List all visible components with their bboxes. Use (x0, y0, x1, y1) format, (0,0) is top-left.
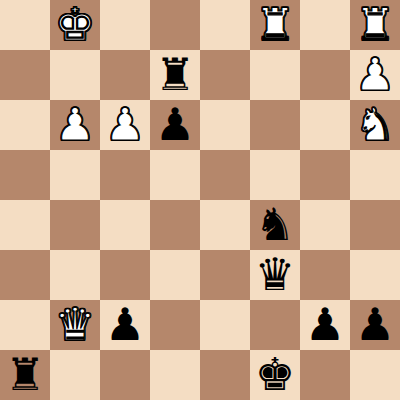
square-d6[interactable]: ♟ (150, 100, 200, 150)
square-g6[interactable] (300, 100, 350, 150)
square-h3[interactable] (350, 250, 400, 300)
square-a1[interactable]: ♜ (0, 350, 50, 400)
square-h1[interactable] (350, 350, 400, 400)
piece-white-pawn[interactable]: ♟ (355, 50, 395, 100)
square-b3[interactable] (50, 250, 100, 300)
square-f4[interactable]: ♞ (250, 200, 300, 250)
square-c4[interactable] (100, 200, 150, 250)
square-e1[interactable] (200, 350, 250, 400)
square-c1[interactable] (100, 350, 150, 400)
piece-black-knight[interactable]: ♞ (255, 200, 295, 250)
piece-black-queen[interactable]: ♛ (255, 250, 295, 300)
square-f6[interactable] (250, 100, 300, 150)
piece-white-king[interactable]: ♚ (55, 0, 95, 50)
square-f1[interactable]: ♚ (250, 350, 300, 400)
square-e7[interactable] (200, 50, 250, 100)
square-d1[interactable] (150, 350, 200, 400)
square-b2[interactable]: ♛ (50, 300, 100, 350)
piece-black-pawn[interactable]: ♟ (305, 300, 345, 350)
square-a4[interactable] (0, 200, 50, 250)
square-c8[interactable] (100, 0, 150, 50)
square-c2[interactable]: ♟ (100, 300, 150, 350)
square-h6[interactable]: ♞ (350, 100, 400, 150)
square-h2[interactable]: ♟ (350, 300, 400, 350)
square-b4[interactable] (50, 200, 100, 250)
square-b5[interactable] (50, 150, 100, 200)
square-d7[interactable]: ♜ (150, 50, 200, 100)
square-e6[interactable] (200, 100, 250, 150)
square-e5[interactable] (200, 150, 250, 200)
piece-white-pawn[interactable]: ♟ (105, 100, 145, 150)
piece-black-pawn[interactable]: ♟ (155, 100, 195, 150)
square-f8[interactable]: ♜ (250, 0, 300, 50)
piece-black-rook[interactable]: ♜ (155, 50, 195, 100)
piece-black-rook[interactable]: ♜ (5, 350, 45, 400)
square-c3[interactable] (100, 250, 150, 300)
square-c6[interactable]: ♟ (100, 100, 150, 150)
square-a5[interactable] (0, 150, 50, 200)
square-f5[interactable] (250, 150, 300, 200)
piece-white-knight[interactable]: ♞ (355, 100, 395, 150)
square-f2[interactable] (250, 300, 300, 350)
square-d3[interactable] (150, 250, 200, 300)
piece-black-pawn[interactable]: ♟ (355, 300, 395, 350)
square-e2[interactable] (200, 300, 250, 350)
chess-board: ♚♜♜♜♟♟♟♟♞♞♛♛♟♟♟♜♚ (0, 0, 400, 400)
square-a7[interactable] (0, 50, 50, 100)
square-d2[interactable] (150, 300, 200, 350)
square-g7[interactable] (300, 50, 350, 100)
square-d5[interactable] (150, 150, 200, 200)
square-b6[interactable]: ♟ (50, 100, 100, 150)
piece-black-pawn[interactable]: ♟ (105, 300, 145, 350)
square-f7[interactable] (250, 50, 300, 100)
piece-white-rook[interactable]: ♜ (355, 0, 395, 50)
square-c7[interactable] (100, 50, 150, 100)
square-f3[interactable]: ♛ (250, 250, 300, 300)
square-d8[interactable] (150, 0, 200, 50)
piece-black-king[interactable]: ♚ (255, 350, 295, 400)
piece-white-rook[interactable]: ♜ (255, 0, 295, 50)
square-e3[interactable] (200, 250, 250, 300)
square-e8[interactable] (200, 0, 250, 50)
square-d4[interactable] (150, 200, 200, 250)
square-h4[interactable] (350, 200, 400, 250)
square-g3[interactable] (300, 250, 350, 300)
square-b8[interactable]: ♚ (50, 0, 100, 50)
square-a6[interactable] (0, 100, 50, 150)
square-g4[interactable] (300, 200, 350, 250)
square-h8[interactable]: ♜ (350, 0, 400, 50)
square-h5[interactable] (350, 150, 400, 200)
square-b1[interactable] (50, 350, 100, 400)
square-a8[interactable] (0, 0, 50, 50)
square-g2[interactable]: ♟ (300, 300, 350, 350)
square-g5[interactable] (300, 150, 350, 200)
piece-white-pawn[interactable]: ♟ (55, 100, 95, 150)
square-b7[interactable] (50, 50, 100, 100)
square-a3[interactable] (0, 250, 50, 300)
square-e4[interactable] (200, 200, 250, 250)
square-h7[interactable]: ♟ (350, 50, 400, 100)
square-g1[interactable] (300, 350, 350, 400)
piece-white-queen[interactable]: ♛ (55, 300, 95, 350)
square-a2[interactable] (0, 300, 50, 350)
square-g8[interactable] (300, 0, 350, 50)
square-c5[interactable] (100, 150, 150, 200)
